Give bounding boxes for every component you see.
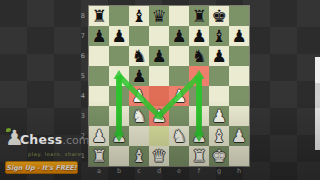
square-g2: ♝ [209,126,229,146]
square-d5 [149,66,169,86]
piece-white-king: ♚ [211,146,226,166]
square-b3 [109,106,129,126]
file-label-g: g [209,166,229,178]
file-label-h: h [229,166,249,178]
piece-black-pawn: ♟ [91,26,106,46]
file-labels: abcdefgh [89,166,249,178]
square-d7 [149,26,169,46]
piece-white-knight: ♞ [171,126,186,146]
square-a4 [89,86,109,106]
chess-board: ♜♝♛♜♚♟♟♟♟♝♟♞♟♞♟♟♟♟♞♟♟♟♟♞♟♝♟♜♝♛♜♚ [89,6,249,166]
square-b7: ♟ [109,26,129,46]
square-g8: ♚ [209,6,229,26]
chesscom-logo: ♟ Chess.com play. learn. share. Sign Up … [5,127,84,174]
square-f3 [189,106,209,126]
piece-black-knight: ♞ [191,46,206,66]
square-b6 [109,46,129,66]
square-a5 [89,66,109,86]
square-f6: ♞ [189,46,209,66]
square-e2: ♞ [169,126,189,146]
piece-white-pawn: ♟ [131,86,146,106]
piece-black-pawn: ♟ [231,26,246,46]
piece-black-knight: ♞ [131,46,146,66]
square-d1: ♛ [149,146,169,166]
square-e1 [169,146,189,166]
square-g5 [209,66,229,86]
square-e3 [169,106,189,126]
square-c1: ♝ [129,146,149,166]
square-c2 [129,126,149,146]
rank-label-7: 7 [68,26,85,46]
file-label-c: c [129,166,149,178]
square-g6: ♟ [209,46,229,66]
square-b4 [109,86,129,106]
piece-white-pawn: ♟ [211,106,226,126]
square-f4 [189,86,209,106]
square-f8: ♜ [189,6,209,26]
square-d2 [149,126,169,146]
square-e8 [169,6,189,26]
piece-white-bishop: ♝ [131,146,146,166]
square-c8: ♝ [129,6,149,26]
square-g3: ♟ [209,106,229,126]
square-a2: ♟ [89,126,109,146]
piece-white-pawn: ♟ [111,126,126,146]
square-g7: ♝ [209,26,229,46]
piece-black-pawn: ♟ [191,26,206,46]
square-f5 [189,66,209,86]
square-a3 [89,106,109,126]
brand-text: Chess.com [20,132,89,150]
piece-white-pawn: ♟ [151,106,166,126]
piece-black-rook: ♜ [191,6,206,26]
piece-white-rook: ♜ [91,146,106,166]
square-a7: ♟ [89,26,109,46]
square-h7: ♟ [229,26,249,46]
piece-white-knight: ♞ [131,106,146,126]
piece-white-pawn: ♟ [191,126,206,146]
piece-black-pawn: ♟ [151,46,166,66]
file-label-d: d [149,166,169,178]
piece-black-pawn: ♟ [111,26,126,46]
piece-black-pawn: ♟ [211,46,226,66]
piece-white-pawn: ♟ [231,126,246,146]
square-b2: ♟ [109,126,129,146]
piece-black-pawn: ♟ [171,26,186,46]
square-a1: ♜ [89,146,109,166]
square-c7 [129,26,149,46]
square-d4 [149,86,169,106]
square-a8: ♜ [89,6,109,26]
square-h8 [229,6,249,26]
rank-label-4: 4 [68,86,85,106]
piece-black-rook: ♜ [91,6,106,26]
brand-tagline: play. learn. share. [28,151,84,157]
video-frame: 87654321 abcdefgh ♜♝♛♜♚♟♟♟♟♝♟♞♟♞♟♟♟♟♞♟♟♟… [0,0,320,180]
file-label-e: e [169,166,189,178]
leaf-icon [6,128,11,132]
chesscom-pawn-icon: ♟ [5,127,20,150]
right-edge-strip [315,57,320,150]
square-c5: ♟ [129,66,149,86]
file-label-f: f [189,166,209,178]
square-h6 [229,46,249,66]
square-c4: ♟ [129,86,149,106]
brand-chess: Chess [20,132,62,147]
piece-white-queen: ♛ [151,146,166,166]
piece-white-bishop: ♝ [211,126,226,146]
piece-black-bishop: ♝ [211,26,226,46]
signup-button[interactable]: Sign Up - It's FREE! [5,161,78,174]
rank-label-5: 5 [68,66,85,86]
piece-white-rook: ♜ [191,146,206,166]
square-e4: ♟ [169,86,189,106]
square-a6 [89,46,109,66]
square-e6 [169,46,189,66]
square-c3: ♞ [129,106,149,126]
piece-black-pawn: ♟ [131,66,146,86]
piece-black-queen: ♛ [151,6,166,26]
square-f2: ♟ [189,126,209,146]
piece-black-bishop: ♝ [131,6,146,26]
square-h3 [229,106,249,126]
piece-white-pawn: ♟ [171,86,186,106]
square-h5 [229,66,249,86]
square-e7: ♟ [169,26,189,46]
square-d3: ♟ [149,106,169,126]
brand-com: .com [62,134,89,147]
square-b5 [109,66,129,86]
square-c6: ♞ [129,46,149,66]
square-g1: ♚ [209,146,229,166]
square-h4 [229,86,249,106]
piece-black-king: ♚ [211,6,226,26]
square-h1 [229,146,249,166]
rank-label-8: 8 [68,6,85,26]
square-b1 [109,146,129,166]
rank-label-3: 3 [68,106,85,126]
file-label-a: a [89,166,109,178]
square-g4 [209,86,229,106]
square-d6: ♟ [149,46,169,66]
piece-white-pawn: ♟ [91,126,106,146]
square-b8 [109,6,129,26]
square-h2: ♟ [229,126,249,146]
rank-label-6: 6 [68,46,85,66]
file-label-b: b [109,166,129,178]
square-e5 [169,66,189,86]
square-f1: ♜ [189,146,209,166]
square-f7: ♟ [189,26,209,46]
square-d8: ♛ [149,6,169,26]
